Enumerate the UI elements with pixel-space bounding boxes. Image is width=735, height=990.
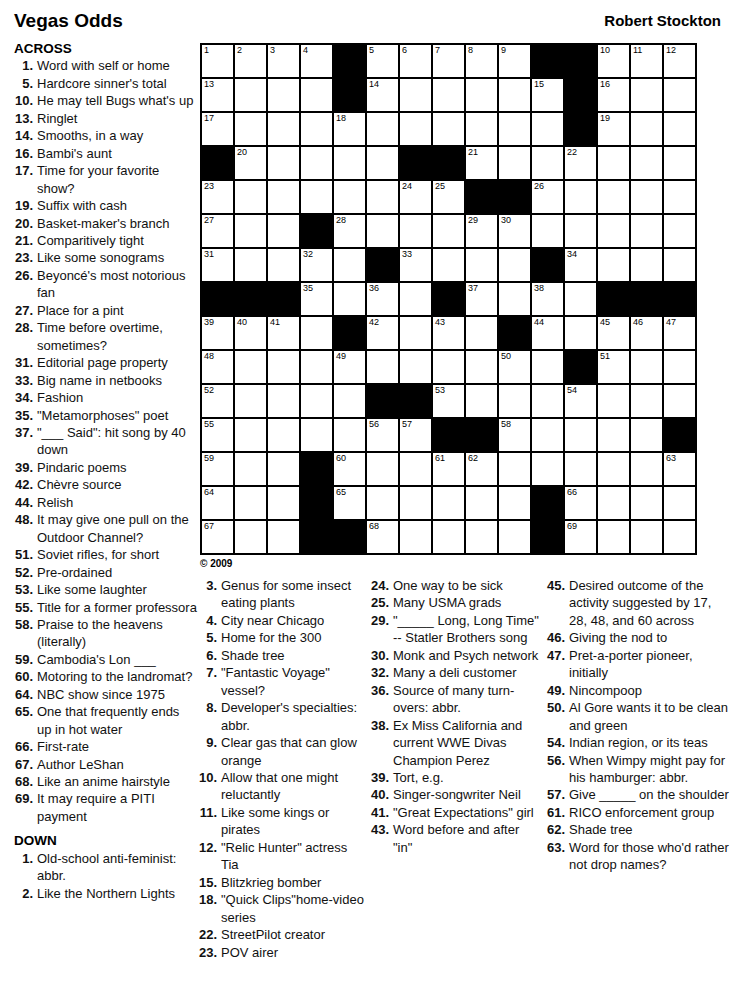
- white-square[interactable]: 7: [433, 45, 464, 77]
- cell-number: 51: [600, 351, 610, 362]
- cell-number: 46: [633, 317, 643, 328]
- white-square[interactable]: [598, 249, 629, 281]
- white-square[interactable]: [664, 487, 695, 519]
- white-square[interactable]: [235, 521, 266, 553]
- white-square[interactable]: [598, 385, 629, 417]
- down-clue-57: 57.Give _____ on the shoulder: [546, 786, 729, 803]
- cell-number: 63: [666, 453, 676, 464]
- white-square[interactable]: [400, 113, 431, 145]
- white-square[interactable]: [631, 521, 662, 553]
- white-square[interactable]: 35: [301, 283, 332, 315]
- white-square[interactable]: 46: [631, 317, 662, 349]
- across-clue-13: 13.Ringlet: [14, 110, 197, 127]
- white-square[interactable]: 13: [202, 79, 233, 111]
- clue-text: Indian region, or its teas: [569, 734, 729, 751]
- black-square: [202, 283, 233, 315]
- white-square[interactable]: [268, 215, 299, 247]
- white-square[interactable]: [598, 521, 629, 553]
- white-square[interactable]: [268, 113, 299, 145]
- white-square[interactable]: 52: [202, 385, 233, 417]
- white-square[interactable]: [664, 113, 695, 145]
- clue-number: 53.: [14, 581, 33, 598]
- black-square: [466, 419, 497, 451]
- white-square[interactable]: [499, 521, 530, 553]
- white-square[interactable]: [631, 113, 662, 145]
- across-clue-34: 34.Fashion: [14, 389, 197, 406]
- black-square: [400, 147, 431, 179]
- white-square[interactable]: [301, 419, 332, 451]
- white-square[interactable]: 38: [532, 283, 563, 315]
- clue-number: 54.: [546, 734, 565, 751]
- white-square[interactable]: 29: [466, 215, 497, 247]
- white-square[interactable]: [631, 181, 662, 213]
- white-square[interactable]: [532, 453, 563, 485]
- white-square[interactable]: [631, 453, 662, 485]
- white-square[interactable]: [400, 283, 431, 315]
- down-clue-41: 41."Great Expectations" girl: [370, 804, 539, 821]
- white-square[interactable]: [235, 487, 266, 519]
- white-square[interactable]: 34: [565, 249, 596, 281]
- clue-text: "Fantastic Voyage" vessel?: [221, 664, 365, 699]
- white-square[interactable]: [235, 385, 266, 417]
- down-clue-30: 30.Monk and Psych network: [370, 647, 539, 664]
- clue-text: RICO enforcement group: [569, 804, 729, 821]
- white-square[interactable]: [400, 521, 431, 553]
- white-square[interactable]: [598, 453, 629, 485]
- cell-number: 44: [534, 317, 544, 328]
- clue-text: Cambodia's Lon ___: [37, 651, 197, 668]
- clue-text: "Metamorphoses" poet: [37, 407, 197, 424]
- white-square[interactable]: [598, 147, 629, 179]
- cell-number: 23: [204, 181, 214, 192]
- clue-number: 37.: [14, 424, 33, 441]
- clue-number: 47.: [546, 647, 565, 664]
- white-square[interactable]: 60: [334, 453, 365, 485]
- white-square[interactable]: [499, 147, 530, 179]
- white-square[interactable]: [466, 113, 497, 145]
- white-square[interactable]: 10: [598, 45, 629, 77]
- white-square[interactable]: 39: [202, 317, 233, 349]
- white-square[interactable]: 41: [268, 317, 299, 349]
- white-square[interactable]: [598, 419, 629, 451]
- white-square[interactable]: [532, 215, 563, 247]
- white-square[interactable]: 9: [499, 45, 530, 77]
- white-square[interactable]: 69: [565, 521, 596, 553]
- white-square[interactable]: [532, 419, 563, 451]
- white-square[interactable]: 40: [235, 317, 266, 349]
- cell-number: 45: [600, 317, 610, 328]
- clue-number: 9.: [198, 734, 217, 751]
- white-square[interactable]: [664, 249, 695, 281]
- white-square[interactable]: [631, 385, 662, 417]
- white-square[interactable]: 36: [367, 283, 398, 315]
- clue-number: 67.: [14, 756, 33, 773]
- white-square[interactable]: 5: [367, 45, 398, 77]
- cell-number: 57: [402, 419, 412, 430]
- white-square[interactable]: [598, 487, 629, 519]
- white-square[interactable]: [499, 79, 530, 111]
- white-square[interactable]: [664, 351, 695, 383]
- white-square[interactable]: [268, 521, 299, 553]
- white-square[interactable]: [400, 79, 431, 111]
- white-square[interactable]: [235, 419, 266, 451]
- white-square[interactable]: [367, 351, 398, 383]
- clue-text: Nincompoop: [569, 682, 729, 699]
- white-square[interactable]: [664, 79, 695, 111]
- white-square[interactable]: 57: [400, 419, 431, 451]
- white-square[interactable]: [466, 351, 497, 383]
- white-square[interactable]: 55: [202, 419, 233, 451]
- white-square[interactable]: 51: [598, 351, 629, 383]
- down-clue-15: 15.Blitzkrieg bomber: [198, 874, 365, 891]
- clue-text: Bambi's aunt: [37, 145, 197, 162]
- black-square: [565, 351, 596, 383]
- white-square[interactable]: 12: [664, 45, 695, 77]
- clue-text: Word for those who'd rather not drop nam…: [569, 839, 729, 874]
- white-square[interactable]: [235, 181, 266, 213]
- black-square: [565, 45, 596, 77]
- clue-text: Shade tree: [221, 647, 365, 664]
- down-clue-46: 46.Giving the nod to: [546, 629, 729, 646]
- black-square: [532, 45, 563, 77]
- white-square[interactable]: 68: [367, 521, 398, 553]
- across-clue-44: 44.Relish: [14, 494, 197, 511]
- white-square[interactable]: [334, 419, 365, 451]
- white-square[interactable]: 20: [235, 147, 266, 179]
- clue-number: 40.: [370, 786, 389, 803]
- clue-number: 6.: [198, 647, 217, 664]
- white-square[interactable]: [334, 147, 365, 179]
- white-square[interactable]: 48: [202, 351, 233, 383]
- white-square[interactable]: 59: [202, 453, 233, 485]
- white-square[interactable]: [235, 79, 266, 111]
- down-clue-47: 47.Pret-a-porter pioneer, initially: [546, 647, 729, 682]
- clue-number: 62.: [546, 821, 565, 838]
- white-square[interactable]: [664, 147, 695, 179]
- white-square[interactable]: 3: [268, 45, 299, 77]
- white-square[interactable]: [433, 79, 464, 111]
- cell-number: 69: [567, 521, 577, 532]
- cell-number: 59: [204, 453, 214, 464]
- clue-text: One way to be sick: [393, 577, 539, 594]
- white-square[interactable]: [631, 215, 662, 247]
- white-square[interactable]: 23: [202, 181, 233, 213]
- across-clue-26: 26.Beyoncé's most notorious fan: [14, 267, 197, 302]
- white-square[interactable]: [400, 351, 431, 383]
- white-square[interactable]: 30: [499, 215, 530, 247]
- white-square[interactable]: [334, 181, 365, 213]
- cell-number: 25: [435, 181, 445, 192]
- white-square[interactable]: [301, 147, 332, 179]
- white-square[interactable]: [367, 147, 398, 179]
- white-square[interactable]: [466, 385, 497, 417]
- white-square[interactable]: 64: [202, 487, 233, 519]
- white-square[interactable]: [664, 521, 695, 553]
- white-square[interactable]: 45: [598, 317, 629, 349]
- white-square[interactable]: [268, 487, 299, 519]
- white-square[interactable]: [235, 351, 266, 383]
- white-square[interactable]: [268, 385, 299, 417]
- white-square[interactable]: [301, 113, 332, 145]
- white-square[interactable]: [631, 487, 662, 519]
- white-square[interactable]: [565, 283, 596, 315]
- white-square[interactable]: 8: [466, 45, 497, 77]
- white-square[interactable]: 47: [664, 317, 695, 349]
- black-square: [301, 487, 332, 519]
- white-square[interactable]: [499, 249, 530, 281]
- across-clue-5: 5.Hardcore sinner's total: [14, 75, 197, 92]
- down-heading: DOWN: [14, 832, 197, 849]
- white-square[interactable]: [268, 249, 299, 281]
- white-square[interactable]: [235, 215, 266, 247]
- cell-number: 20: [237, 147, 247, 158]
- clue-number: 55.: [14, 599, 33, 616]
- white-square[interactable]: [301, 351, 332, 383]
- cell-number: 16: [600, 79, 610, 90]
- white-square[interactable]: [631, 351, 662, 383]
- white-square[interactable]: 17: [202, 113, 233, 145]
- white-square[interactable]: 18: [334, 113, 365, 145]
- white-square[interactable]: [565, 317, 596, 349]
- white-square[interactable]: [499, 385, 530, 417]
- white-square[interactable]: [565, 215, 596, 247]
- white-square[interactable]: [433, 113, 464, 145]
- white-square[interactable]: 56: [367, 419, 398, 451]
- white-square[interactable]: [268, 453, 299, 485]
- white-square[interactable]: 42: [367, 317, 398, 349]
- white-square[interactable]: [532, 113, 563, 145]
- white-square[interactable]: [334, 249, 365, 281]
- clue-text: Ex Miss California and current WWE Divas…: [393, 717, 539, 769]
- white-square[interactable]: 63: [664, 453, 695, 485]
- down-clue-18: 18."Quick Clips"home-video series: [198, 891, 365, 926]
- white-square[interactable]: [499, 487, 530, 519]
- cell-number: 11: [633, 45, 642, 56]
- cell-number: 65: [336, 487, 346, 498]
- cell-number: 54: [567, 385, 577, 396]
- white-square[interactable]: [301, 385, 332, 417]
- clue-text: Pret-a-porter pioneer, initially: [569, 647, 729, 682]
- white-square[interactable]: [268, 181, 299, 213]
- white-square[interactable]: [466, 487, 497, 519]
- black-square: [433, 147, 464, 179]
- clue-text: Like some sonograms: [37, 249, 197, 266]
- across-clue-42: 42.Chèvre source: [14, 476, 197, 493]
- clue-text: Fashion: [37, 389, 197, 406]
- white-square[interactable]: 43: [433, 317, 464, 349]
- clue-number: 41.: [370, 804, 389, 821]
- white-square[interactable]: 2: [235, 45, 266, 77]
- white-square[interactable]: [433, 351, 464, 383]
- clue-text: Like some laughter: [37, 581, 197, 598]
- white-square[interactable]: 50: [499, 351, 530, 383]
- across-clue-39: 39.Pindaric poems: [14, 459, 197, 476]
- down-clue-list-1: 1.Old-school anti-feminist: abbr.2.Like …: [14, 850, 197, 902]
- clue-number: 10.: [14, 92, 33, 109]
- white-square[interactable]: [631, 79, 662, 111]
- clue-number: 30.: [370, 647, 389, 664]
- across-clue-20: 20.Basket-maker's branch: [14, 215, 197, 232]
- white-square[interactable]: 6: [400, 45, 431, 77]
- white-square[interactable]: [598, 181, 629, 213]
- white-square[interactable]: [301, 317, 332, 349]
- white-square[interactable]: [433, 249, 464, 281]
- clue-number: 35.: [14, 407, 33, 424]
- white-square[interactable]: 19: [598, 113, 629, 145]
- clue-number: 59.: [14, 651, 33, 668]
- white-square[interactable]: [268, 79, 299, 111]
- white-square[interactable]: 58: [499, 419, 530, 451]
- cell-number: 62: [468, 453, 478, 464]
- clue-text: Word before and after "in": [393, 821, 539, 856]
- cell-number: 68: [369, 521, 379, 532]
- clue-text: Beyoncé's most notorious fan: [37, 267, 197, 302]
- white-square[interactable]: 22: [565, 147, 596, 179]
- white-square[interactable]: [367, 215, 398, 247]
- cell-number: 36: [369, 283, 379, 294]
- white-square[interactable]: [565, 419, 596, 451]
- white-square[interactable]: [433, 215, 464, 247]
- white-square[interactable]: [532, 385, 563, 417]
- clue-number: 58.: [14, 616, 33, 633]
- white-square[interactable]: [631, 419, 662, 451]
- clue-text: Soviet rifles, for short: [37, 546, 197, 563]
- white-square[interactable]: 16: [598, 79, 629, 111]
- white-square[interactable]: [235, 249, 266, 281]
- clue-text: Old-school anti-feminist: abbr.: [37, 850, 197, 885]
- white-square[interactable]: 32: [301, 249, 332, 281]
- crossword-grid: 1234567891011121314151617181920212223242…: [200, 43, 697, 555]
- white-square[interactable]: 67: [202, 521, 233, 553]
- black-square: [400, 385, 431, 417]
- white-square[interactable]: 44: [532, 317, 563, 349]
- cell-number: 21: [468, 147, 478, 158]
- white-square[interactable]: [268, 419, 299, 451]
- across-clue-10: 10.He may tell Bugs what's up: [14, 92, 197, 109]
- white-square[interactable]: [565, 181, 596, 213]
- white-square[interactable]: 28: [334, 215, 365, 247]
- white-square[interactable]: [499, 453, 530, 485]
- white-square[interactable]: [235, 453, 266, 485]
- white-square[interactable]: [598, 215, 629, 247]
- white-square[interactable]: [400, 453, 431, 485]
- white-square[interactable]: [532, 351, 563, 383]
- white-square[interactable]: [268, 147, 299, 179]
- cell-number: 24: [402, 181, 412, 192]
- cell-number: 64: [204, 487, 214, 498]
- white-square[interactable]: 49: [334, 351, 365, 383]
- white-square[interactable]: 33: [400, 249, 431, 281]
- white-square[interactable]: 26: [532, 181, 563, 213]
- white-square[interactable]: 1: [202, 45, 233, 77]
- white-square[interactable]: 27: [202, 215, 233, 247]
- white-square[interactable]: 62: [466, 453, 497, 485]
- black-square: [532, 521, 563, 553]
- white-square[interactable]: [334, 385, 365, 417]
- clue-number: 63.: [546, 839, 565, 856]
- across-clue-51: 51.Soviet rifles, for short: [14, 546, 197, 563]
- white-square[interactable]: [367, 453, 398, 485]
- white-square[interactable]: [631, 249, 662, 281]
- cell-number: 52: [204, 385, 214, 396]
- white-square[interactable]: 61: [433, 453, 464, 485]
- white-square[interactable]: [664, 215, 695, 247]
- clue-text: NBC show since 1975: [37, 686, 197, 703]
- white-square[interactable]: [400, 215, 431, 247]
- white-square[interactable]: [334, 283, 365, 315]
- white-square[interactable]: [466, 249, 497, 281]
- white-square[interactable]: 15: [532, 79, 563, 111]
- white-square[interactable]: [466, 79, 497, 111]
- down-clue-49: 49.Nincompoop: [546, 682, 729, 699]
- white-square[interactable]: [466, 521, 497, 553]
- white-square[interactable]: [301, 181, 332, 213]
- white-square[interactable]: [301, 79, 332, 111]
- white-square[interactable]: [499, 283, 530, 315]
- down-clue-1: 1.Old-school anti-feminist: abbr.: [14, 850, 197, 885]
- clue-text: Many a deli customer: [393, 664, 539, 681]
- white-square[interactable]: 25: [433, 181, 464, 213]
- black-square: [367, 385, 398, 417]
- puzzle-title: Vegas Odds: [14, 10, 123, 32]
- clue-number: 46.: [546, 629, 565, 646]
- white-square[interactable]: 11: [631, 45, 662, 77]
- white-square[interactable]: [235, 113, 266, 145]
- white-square[interactable]: 24: [400, 181, 431, 213]
- white-square[interactable]: 21: [466, 147, 497, 179]
- cell-number: 33: [402, 249, 412, 260]
- white-square[interactable]: [631, 147, 662, 179]
- grid-area: 1234567891011121314151617181920212223242…: [200, 43, 697, 569]
- white-square[interactable]: 37: [466, 283, 497, 315]
- across-clue-64: 64.NBC show since 1975: [14, 686, 197, 703]
- white-square[interactable]: [433, 487, 464, 519]
- white-square[interactable]: [664, 181, 695, 213]
- white-square[interactable]: [499, 113, 530, 145]
- white-square[interactable]: [466, 317, 497, 349]
- across-clue-35: 35."Metamorphoses" poet: [14, 407, 197, 424]
- clue-text: Source of many turn-overs: abbr.: [393, 682, 539, 717]
- white-square[interactable]: [400, 487, 431, 519]
- white-square[interactable]: 66: [565, 487, 596, 519]
- white-square[interactable]: [565, 453, 596, 485]
- cell-number: 47: [666, 317, 676, 328]
- clue-number: 44.: [14, 494, 33, 511]
- white-square[interactable]: 65: [334, 487, 365, 519]
- white-square[interactable]: [268, 351, 299, 383]
- clue-text: Monk and Psych network: [393, 647, 539, 664]
- down-clue-list-3: 24.One way to be sick25.Many USMA grads2…: [370, 577, 539, 856]
- white-square[interactable]: [367, 181, 398, 213]
- white-square[interactable]: 14: [367, 79, 398, 111]
- white-square[interactable]: [367, 113, 398, 145]
- white-square[interactable]: 53: [433, 385, 464, 417]
- white-square[interactable]: 4: [301, 45, 332, 77]
- white-square[interactable]: [433, 521, 464, 553]
- white-square[interactable]: [367, 487, 398, 519]
- clue-number: 31.: [14, 354, 33, 371]
- white-square[interactable]: 54: [565, 385, 596, 417]
- white-square[interactable]: [664, 385, 695, 417]
- white-square[interactable]: 31: [202, 249, 233, 281]
- white-square[interactable]: [532, 147, 563, 179]
- across-clue-65: 65.One that frequently ends up in hot wa…: [14, 703, 197, 738]
- white-square[interactable]: [400, 317, 431, 349]
- cell-number: 12: [666, 45, 676, 56]
- clue-text: Editorial page property: [37, 354, 197, 371]
- clue-text: It may require a PITI payment: [37, 790, 197, 825]
- clue-text: Singer-songwriter Neil: [393, 786, 539, 803]
